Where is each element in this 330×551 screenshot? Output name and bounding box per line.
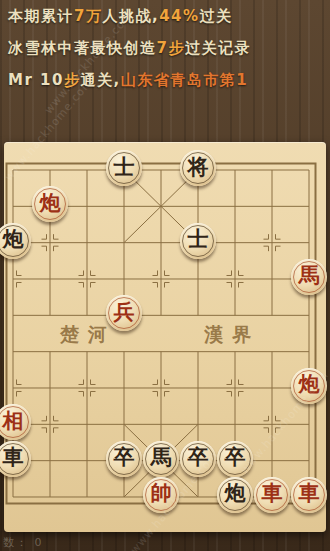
ranking-text: 本期累计 xyxy=(8,7,74,25)
player-name-steps: Mr 10 xyxy=(8,71,64,89)
piece-glyph: 炮 xyxy=(40,193,61,214)
piece-red-馬[interactable]: 馬 xyxy=(291,259,327,295)
piece-black-炮[interactable]: 炮 xyxy=(0,223,31,259)
piece-glyph: 士 xyxy=(114,157,135,178)
piece-red-炮[interactable]: 炮 xyxy=(32,186,68,222)
ranking-text: 过关 xyxy=(200,7,233,25)
piece-black-卒[interactable]: 卒 xyxy=(106,441,142,477)
piece-glyph: 相 xyxy=(3,411,24,432)
piece-red-車[interactable]: 車 xyxy=(291,477,327,513)
challengers-count: 7万 xyxy=(74,7,102,25)
piece-glyph: 士 xyxy=(188,229,209,250)
app-screen: 本期累计7万人挑战,44%过关 冰雪林中著最快创造7步过关记录 Mr 10步通关… xyxy=(0,0,330,551)
piece-red-車[interactable]: 車 xyxy=(254,477,290,513)
piece-glyph: 車 xyxy=(299,483,320,504)
ranking-text: 过关记录 xyxy=(185,39,251,57)
piece-glyph: 炮 xyxy=(225,483,246,504)
piece-black-車[interactable]: 車 xyxy=(0,441,31,477)
piece-glyph: 卒 xyxy=(114,447,135,468)
piece-red-相[interactable]: 相 xyxy=(0,404,31,440)
piece-black-将[interactable]: 将 xyxy=(180,150,216,186)
piece-red-兵[interactable]: 兵 xyxy=(106,295,142,331)
ranking-line-3: Mr 10步通关,山东省青岛市第1 xyxy=(8,71,326,91)
piece-glyph: 炮 xyxy=(3,229,24,250)
piece-glyph: 馬 xyxy=(299,265,320,286)
ranking-header: 本期累计7万人挑战,44%过关 冰雪林中著最快创造7步过关记录 Mr 10步通关… xyxy=(8,7,326,103)
piece-black-馬[interactable]: 馬 xyxy=(143,441,179,477)
piece-glyph: 馬 xyxy=(151,447,172,468)
player-region-rank: 山东省青岛市第1 xyxy=(121,71,248,89)
piece-glyph: 将 xyxy=(188,157,209,178)
record-steps: 7步 xyxy=(157,39,185,57)
ranking-line-2: 冰雪林中著最快创造7步过关记录 xyxy=(8,39,326,59)
piece-glyph: 車 xyxy=(3,447,24,468)
record-holder-name: 冰雪林中著最快创造 xyxy=(8,39,157,57)
pass-rate: 44% xyxy=(159,7,199,25)
piece-black-士[interactable]: 士 xyxy=(106,150,142,186)
footer-partial-text: 数： 0 xyxy=(3,535,44,550)
piece-black-士[interactable]: 士 xyxy=(180,223,216,259)
piece-glyph: 兵 xyxy=(114,302,135,323)
piece-glyph: 車 xyxy=(262,483,283,504)
ranking-line-1: 本期累计7万人挑战,44%过关 xyxy=(8,7,326,27)
piece-black-炮[interactable]: 炮 xyxy=(217,477,253,513)
